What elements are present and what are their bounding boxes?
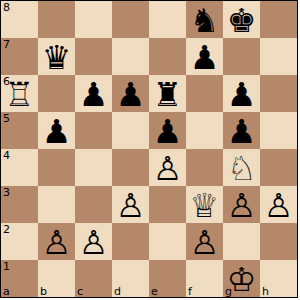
square-g2[interactable] bbox=[223, 223, 260, 260]
square-d7[interactable] bbox=[112, 38, 149, 75]
rank-label-1: 1 bbox=[3, 261, 10, 272]
square-a7[interactable]: 7 bbox=[1, 38, 38, 75]
rank-label-5: 5 bbox=[3, 113, 10, 124]
black-king: ♚ bbox=[223, 1, 260, 38]
black-pawn: ♟ bbox=[75, 75, 112, 112]
square-e2[interactable] bbox=[149, 223, 186, 260]
square-c1[interactable]: c bbox=[75, 260, 112, 297]
black-rook: ♜ bbox=[149, 75, 186, 112]
rank-label-3: 3 bbox=[3, 187, 10, 198]
black-pawn: ♟ bbox=[223, 112, 260, 149]
square-d4[interactable] bbox=[112, 149, 149, 186]
square-f4[interactable] bbox=[186, 149, 223, 186]
white-king: ♔ bbox=[223, 260, 260, 297]
black-pawn: ♟ bbox=[149, 112, 186, 149]
square-f2[interactable]: ♙ bbox=[186, 223, 223, 260]
file-label-f: f bbox=[188, 286, 192, 297]
square-b2[interactable]: ♙ bbox=[38, 223, 75, 260]
square-e4[interactable]: ♙ bbox=[149, 149, 186, 186]
white-pawn: ♙ bbox=[149, 149, 186, 186]
rank-label-4: 4 bbox=[3, 150, 10, 161]
square-a4[interactable]: 4 bbox=[1, 149, 38, 186]
square-b6[interactable] bbox=[38, 75, 75, 112]
square-f1[interactable]: f bbox=[186, 260, 223, 297]
square-c8[interactable] bbox=[75, 1, 112, 38]
square-b1[interactable]: b bbox=[38, 260, 75, 297]
file-label-d: d bbox=[114, 286, 121, 297]
black-knight: ♞ bbox=[186, 1, 223, 38]
file-label-h: h bbox=[262, 286, 269, 297]
square-g3[interactable]: ♙ bbox=[223, 186, 260, 223]
square-c4[interactable] bbox=[75, 149, 112, 186]
rank-label-8: 8 bbox=[3, 2, 10, 13]
square-h1[interactable]: h bbox=[260, 260, 297, 297]
chess-board: 8♞♚7♛♟6♖♟♟♜♟5♟♟♟4♙♘3♙♕♙♙2♙♙♙1abcdefg♔h bbox=[0, 0, 298, 298]
file-label-b: b bbox=[40, 286, 47, 297]
white-rook: ♖ bbox=[1, 75, 38, 112]
square-d8[interactable] bbox=[112, 1, 149, 38]
black-pawn: ♟ bbox=[186, 38, 223, 75]
square-e6[interactable]: ♜ bbox=[149, 75, 186, 112]
square-b4[interactable] bbox=[38, 149, 75, 186]
file-label-a: a bbox=[3, 286, 10, 297]
file-label-c: c bbox=[77, 286, 83, 297]
square-d3[interactable]: ♙ bbox=[112, 186, 149, 223]
white-pawn: ♙ bbox=[38, 223, 75, 260]
black-pawn: ♟ bbox=[223, 75, 260, 112]
square-a1[interactable]: 1a bbox=[1, 260, 38, 297]
square-a2[interactable]: 2 bbox=[1, 223, 38, 260]
square-f6[interactable] bbox=[186, 75, 223, 112]
square-h7[interactable] bbox=[260, 38, 297, 75]
white-pawn: ♙ bbox=[223, 186, 260, 223]
square-c6[interactable]: ♟ bbox=[75, 75, 112, 112]
square-g1[interactable]: g♔ bbox=[223, 260, 260, 297]
square-e1[interactable]: e bbox=[149, 260, 186, 297]
square-g5[interactable]: ♟ bbox=[223, 112, 260, 149]
black-queen: ♛ bbox=[38, 38, 75, 75]
black-pawn: ♟ bbox=[112, 75, 149, 112]
square-b8[interactable] bbox=[38, 1, 75, 38]
white-pawn: ♙ bbox=[186, 223, 223, 260]
square-b3[interactable] bbox=[38, 186, 75, 223]
white-queen: ♕ bbox=[186, 186, 223, 223]
square-c3[interactable] bbox=[75, 186, 112, 223]
chessboard-screenshot: 8♞♚7♛♟6♖♟♟♜♟5♟♟♟4♙♘3♙♕♙♙2♙♙♙1abcdefg♔h bbox=[0, 0, 300, 300]
rank-label-2: 2 bbox=[3, 224, 10, 235]
square-h6[interactable] bbox=[260, 75, 297, 112]
square-a5[interactable]: 5 bbox=[1, 112, 38, 149]
square-f7[interactable]: ♟ bbox=[186, 38, 223, 75]
square-a8[interactable]: 8 bbox=[1, 1, 38, 38]
square-e8[interactable] bbox=[149, 1, 186, 38]
square-g4[interactable]: ♘ bbox=[223, 149, 260, 186]
square-g8[interactable]: ♚ bbox=[223, 1, 260, 38]
square-a6[interactable]: 6♖ bbox=[1, 75, 38, 112]
square-a3[interactable]: 3 bbox=[1, 186, 38, 223]
square-c5[interactable] bbox=[75, 112, 112, 149]
square-h5[interactable] bbox=[260, 112, 297, 149]
white-pawn: ♙ bbox=[112, 186, 149, 223]
black-pawn: ♟ bbox=[38, 112, 75, 149]
square-e3[interactable] bbox=[149, 186, 186, 223]
square-f5[interactable] bbox=[186, 112, 223, 149]
rank-label-7: 7 bbox=[3, 39, 10, 50]
square-h2[interactable] bbox=[260, 223, 297, 260]
square-f8[interactable]: ♞ bbox=[186, 1, 223, 38]
square-b7[interactable]: ♛ bbox=[38, 38, 75, 75]
file-label-e: e bbox=[151, 286, 158, 297]
square-d1[interactable]: d bbox=[112, 260, 149, 297]
square-g7[interactable] bbox=[223, 38, 260, 75]
square-h3[interactable]: ♙ bbox=[260, 186, 297, 223]
square-f3[interactable]: ♕ bbox=[186, 186, 223, 223]
white-pawn: ♙ bbox=[260, 186, 297, 223]
white-pawn: ♙ bbox=[75, 223, 112, 260]
square-g6[interactable]: ♟ bbox=[223, 75, 260, 112]
square-e5[interactable]: ♟ bbox=[149, 112, 186, 149]
square-h8[interactable] bbox=[260, 1, 297, 38]
square-e7[interactable] bbox=[149, 38, 186, 75]
square-d5[interactable] bbox=[112, 112, 149, 149]
white-knight: ♘ bbox=[223, 149, 260, 186]
square-b5[interactable]: ♟ bbox=[38, 112, 75, 149]
square-c2[interactable]: ♙ bbox=[75, 223, 112, 260]
square-d6[interactable]: ♟ bbox=[112, 75, 149, 112]
square-h4[interactable] bbox=[260, 149, 297, 186]
square-c7[interactable] bbox=[75, 38, 112, 75]
square-d2[interactable] bbox=[112, 223, 149, 260]
